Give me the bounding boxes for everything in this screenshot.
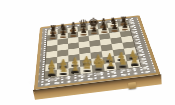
square-h1: ♜ [126,59,140,67]
clasp-latch-icon [128,82,136,89]
square-f1: ♝ [103,62,116,70]
square-b1: ♞ [56,68,68,76]
square-d1: ♛ [80,65,92,73]
perspective-wrapper: ♜♞♝♛♚♝♞♜♟♟♟♟♟♟♟♟♟♟♟♟♟♟♟♟♜♞♝♛♚♝♞♜ [30,0,155,105]
chess-set-photo: ♜♞♝♛♚♝♞♜♟♟♟♟♟♟♟♟♟♟♟♟♟♟♟♟♜♞♝♛♚♝♞♜ [0,0,175,105]
square-e1: ♚ [91,64,104,72]
square-c1: ♝ [68,66,80,74]
square-g1: ♞ [115,61,128,69]
square-a1: ♜ [44,69,56,77]
folding-chess-box: ♜♞♝♛♚♝♞♜♟♟♟♟♟♟♟♟♟♟♟♟♟♟♟♟♜♞♝♛♚♝♞♜ [34,15,160,90]
square-g4 [111,42,123,49]
